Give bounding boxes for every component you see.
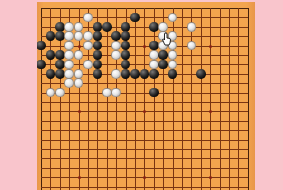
star-point [78, 45, 81, 48]
grid-line-horizontal [41, 140, 248, 141]
grid-line-horizontal [41, 158, 248, 159]
black-stone [37, 60, 46, 70]
black-stone [130, 69, 140, 79]
white-stone [187, 22, 197, 32]
grid-line-vertical [135, 8, 136, 190]
black-stone [93, 69, 103, 79]
black-stone [121, 22, 131, 32]
grid-line-vertical [248, 8, 249, 190]
black-stone [140, 69, 150, 79]
go-board[interactable] [37, 2, 255, 190]
black-stone [168, 69, 178, 79]
black-stone [130, 13, 140, 23]
black-stone [158, 50, 168, 60]
grid-line-vertical [220, 8, 221, 190]
grid-line-horizontal [41, 168, 248, 169]
grid-line-vertical [201, 8, 202, 190]
black-stone [93, 22, 103, 32]
black-stone [149, 41, 159, 51]
white-stone [74, 69, 84, 79]
black-stone [121, 69, 131, 79]
grid-line-horizontal [41, 187, 248, 188]
white-stone [83, 31, 93, 41]
white-stone [83, 41, 93, 51]
black-stone [55, 60, 65, 70]
black-stone [46, 50, 56, 60]
app-window [0, 0, 283, 190]
black-stone [121, 50, 131, 60]
grid-line-vertical [238, 8, 239, 190]
star-point [78, 176, 81, 179]
white-stone [158, 22, 168, 32]
grid-line-vertical [229, 8, 230, 190]
black-stone [55, 69, 65, 79]
grid-line-vertical [182, 8, 183, 190]
black-stone [149, 69, 159, 79]
white-stone [64, 31, 74, 41]
white-stone [55, 88, 65, 98]
black-stone [102, 22, 112, 32]
black-stone [93, 50, 103, 60]
star-point [209, 110, 212, 113]
white-stone [149, 60, 159, 70]
white-stone [74, 22, 84, 32]
white-stone [111, 50, 121, 60]
white-stone [83, 13, 93, 23]
star-point [209, 176, 212, 179]
grid-line-vertical [107, 8, 108, 190]
black-stone [149, 88, 159, 98]
black-stone [93, 31, 103, 41]
grid-line-vertical [210, 8, 211, 190]
white-stone [64, 22, 74, 32]
hand-cursor-icon [161, 32, 172, 46]
black-stone [196, 69, 206, 79]
black-stone [55, 31, 65, 41]
white-stone [64, 78, 74, 88]
star-point [143, 176, 146, 179]
black-stone [55, 22, 65, 32]
grid-line-horizontal [41, 121, 248, 122]
white-stone [111, 69, 121, 79]
grid-line-vertical [154, 8, 155, 190]
star-point [209, 45, 212, 48]
black-stone [149, 22, 159, 32]
white-stone [64, 50, 74, 60]
grid-line-vertical [191, 8, 192, 190]
grid-line-vertical [144, 8, 145, 190]
white-stone [74, 50, 84, 60]
black-stone [158, 60, 168, 70]
white-stone [83, 60, 93, 70]
grid-line-horizontal [41, 149, 248, 150]
white-stone [102, 88, 112, 98]
black-stone [46, 31, 56, 41]
black-stone [46, 69, 56, 79]
white-stone [64, 69, 74, 79]
white-stone [149, 50, 159, 60]
grid-line-horizontal [41, 130, 248, 131]
white-stone [64, 60, 74, 70]
white-stone [168, 50, 178, 60]
black-stone [55, 50, 65, 60]
black-stone [111, 31, 121, 41]
star-point [143, 110, 146, 113]
